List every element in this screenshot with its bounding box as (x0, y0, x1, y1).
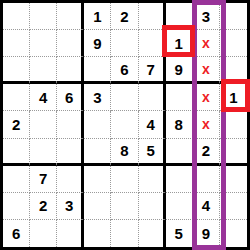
cell-r7c4[interactable] (84, 166, 111, 193)
cell-r3c7[interactable]: 9 (166, 57, 193, 84)
cell-r2c4[interactable]: 9 (84, 30, 111, 57)
cell-r5c8[interactable]: x (193, 111, 220, 138)
cell-r7c3[interactable] (57, 166, 84, 193)
cell-r3c3[interactable] (57, 57, 84, 84)
cell-r5c1[interactable]: 2 (3, 111, 30, 138)
cell-r3c8[interactable]: x (193, 57, 220, 84)
cell-r1c7[interactable] (166, 3, 193, 30)
cell-r8c2[interactable]: 2 (30, 193, 57, 220)
cell-r4c7[interactable] (166, 84, 193, 111)
cell-r1c9[interactable] (220, 3, 247, 30)
cell-r2c7[interactable]: 1 (166, 30, 193, 57)
cell-r6c6[interactable]: 5 (139, 139, 166, 166)
cell-r8c4[interactable] (84, 193, 111, 220)
cell-r5c9[interactable] (220, 111, 247, 138)
cell-r9c7[interactable]: 5 (166, 220, 193, 247)
cell-r4c9[interactable]: 1 (220, 84, 247, 111)
cell-r8c9[interactable] (220, 193, 247, 220)
cell-r7c8[interactable] (193, 166, 220, 193)
cell-r9c9[interactable] (220, 220, 247, 247)
cell-r7c6[interactable] (139, 166, 166, 193)
cell-r4c3[interactable]: 6 (57, 84, 84, 111)
cell-r9c3[interactable] (57, 220, 84, 247)
cell-r8c3[interactable]: 3 (57, 193, 84, 220)
cell-r4c8[interactable]: x (193, 84, 220, 111)
cell-r2c8[interactable]: x (193, 30, 220, 57)
cell-r2c1[interactable] (3, 30, 30, 57)
cell-r5c6[interactable]: 4 (139, 111, 166, 138)
cell-r3c6[interactable]: 7 (139, 57, 166, 84)
cell-r2c2[interactable] (30, 30, 57, 57)
sudoku-grid: 12391x679x463x1248x8527234659 (0, 0, 250, 250)
cell-r3c5[interactable]: 6 (111, 57, 138, 84)
cell-r5c2[interactable] (30, 111, 57, 138)
cell-r7c7[interactable] (166, 166, 193, 193)
cell-r3c4[interactable] (84, 57, 111, 84)
cell-r1c2[interactable] (30, 3, 57, 30)
cell-r4c4[interactable]: 3 (84, 84, 111, 111)
cell-r6c4[interactable] (84, 139, 111, 166)
cell-r3c2[interactable] (30, 57, 57, 84)
cell-r8c7[interactable] (166, 193, 193, 220)
cell-r2c9[interactable] (220, 30, 247, 57)
cell-r5c5[interactable] (111, 111, 138, 138)
cell-r5c7[interactable]: 8 (166, 111, 193, 138)
cell-r7c1[interactable] (3, 166, 30, 193)
cell-r1c4[interactable]: 1 (84, 3, 111, 30)
cell-r1c1[interactable] (3, 3, 30, 30)
cell-r6c7[interactable] (166, 139, 193, 166)
cell-r6c8[interactable]: 2 (193, 139, 220, 166)
cell-r2c6[interactable] (139, 30, 166, 57)
cell-r6c5[interactable]: 8 (111, 139, 138, 166)
cell-r3c1[interactable] (3, 57, 30, 84)
cell-r7c2[interactable]: 7 (30, 166, 57, 193)
cell-r4c5[interactable] (111, 84, 138, 111)
cell-r5c3[interactable] (57, 111, 84, 138)
cell-r9c1[interactable]: 6 (3, 220, 30, 247)
cell-r6c2[interactable] (30, 139, 57, 166)
cell-r8c6[interactable] (139, 193, 166, 220)
cell-r9c5[interactable] (111, 220, 138, 247)
cell-r8c5[interactable] (111, 193, 138, 220)
cell-r1c6[interactable] (139, 3, 166, 30)
cell-r3c9[interactable] (220, 57, 247, 84)
cell-r6c3[interactable] (57, 139, 84, 166)
cell-r4c2[interactable]: 4 (30, 84, 57, 111)
cell-r9c8[interactable]: 9 (193, 220, 220, 247)
cell-r9c6[interactable] (139, 220, 166, 247)
cell-r4c6[interactable] (139, 84, 166, 111)
cell-r2c3[interactable] (57, 30, 84, 57)
cell-r9c2[interactable] (30, 220, 57, 247)
cell-r9c4[interactable] (84, 220, 111, 247)
cell-r6c1[interactable] (3, 139, 30, 166)
cell-r6c9[interactable] (220, 139, 247, 166)
cell-r1c8[interactable]: 3 (193, 3, 220, 30)
cell-r7c9[interactable] (220, 166, 247, 193)
cell-r7c5[interactable] (111, 166, 138, 193)
cell-r4c1[interactable] (3, 84, 30, 111)
cell-r8c1[interactable] (3, 193, 30, 220)
cell-r1c5[interactable]: 2 (111, 3, 138, 30)
sudoku-board: 12391x679x463x1248x8527234659 (0, 0, 250, 250)
cell-r2c5[interactable] (111, 30, 138, 57)
cell-r8c8[interactable]: 4 (193, 193, 220, 220)
cell-r5c4[interactable] (84, 111, 111, 138)
cell-r1c3[interactable] (57, 3, 84, 30)
